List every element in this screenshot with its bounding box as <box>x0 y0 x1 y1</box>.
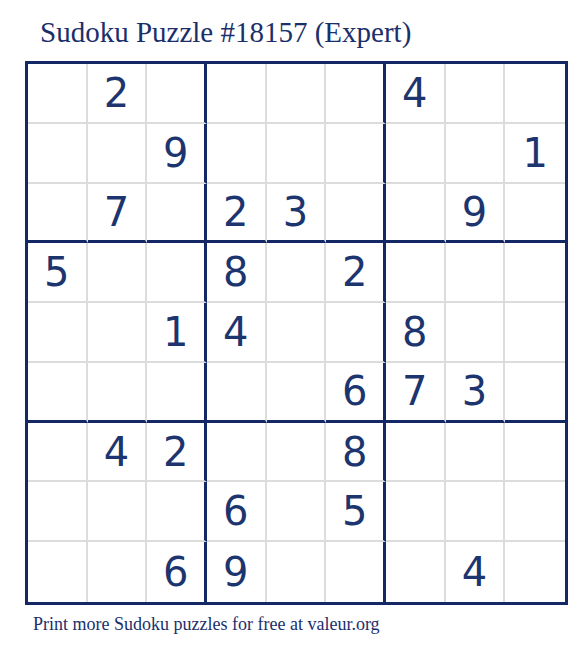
cell-r1c7: 4 <box>386 64 446 124</box>
cell-r2c4 <box>207 124 267 184</box>
cell-r7c6: 8 <box>326 423 386 483</box>
cell-r1c2: 2 <box>88 64 148 124</box>
cell-r6c5 <box>267 363 327 423</box>
cell-r8c7 <box>386 482 446 542</box>
cell-r5c4: 4 <box>207 303 267 363</box>
cell-r7c9 <box>505 423 565 483</box>
cell-r2c1 <box>28 124 88 184</box>
cell-r3c2: 7 <box>88 184 148 244</box>
cell-r2c2 <box>88 124 148 184</box>
cell-r8c8 <box>446 482 506 542</box>
cell-r1c5 <box>267 64 327 124</box>
cell-r4c5 <box>267 243 327 303</box>
cell-r6c1 <box>28 363 88 423</box>
cell-r8c9 <box>505 482 565 542</box>
cell-r5c8 <box>446 303 506 363</box>
cell-r5c7: 8 <box>386 303 446 363</box>
cell-r6c4 <box>207 363 267 423</box>
cell-r8c1 <box>28 482 88 542</box>
cell-r6c8: 3 <box>446 363 506 423</box>
cell-r6c3 <box>147 363 207 423</box>
cell-r3c8: 9 <box>446 184 506 244</box>
footer-text: Print more Sudoku puzzles for free at va… <box>33 614 380 635</box>
cell-r8c5 <box>267 482 327 542</box>
cell-r5c6 <box>326 303 386 363</box>
cell-r9c4: 9 <box>207 542 267 602</box>
cell-r2c3: 9 <box>147 124 207 184</box>
cell-r8c3 <box>147 482 207 542</box>
cell-r4c1: 5 <box>28 243 88 303</box>
cell-r1c4 <box>207 64 267 124</box>
cell-r7c2: 4 <box>88 423 148 483</box>
cell-r5c9 <box>505 303 565 363</box>
cell-r4c6: 2 <box>326 243 386 303</box>
cell-r7c7 <box>386 423 446 483</box>
cell-r9c3: 6 <box>147 542 207 602</box>
cell-r4c8 <box>446 243 506 303</box>
cell-r4c7 <box>386 243 446 303</box>
cell-r7c1 <box>28 423 88 483</box>
cell-r8c6: 5 <box>326 482 386 542</box>
cell-r9c6 <box>326 542 386 602</box>
cell-r8c2 <box>88 482 148 542</box>
cell-r2c9: 1 <box>505 124 565 184</box>
cell-r9c5 <box>267 542 327 602</box>
cell-r6c7: 7 <box>386 363 446 423</box>
cell-r9c7 <box>386 542 446 602</box>
cell-r1c1 <box>28 64 88 124</box>
cell-r9c1 <box>28 542 88 602</box>
cell-r4c3 <box>147 243 207 303</box>
sudoku-board: 2491723958214867342865694 <box>25 61 568 605</box>
cell-r9c9 <box>505 542 565 602</box>
cell-r1c6 <box>326 64 386 124</box>
cell-r1c3 <box>147 64 207 124</box>
cell-r7c5 <box>267 423 327 483</box>
cell-r4c2 <box>88 243 148 303</box>
cell-r8c4: 6 <box>207 482 267 542</box>
cell-r3c1 <box>28 184 88 244</box>
cell-r1c8 <box>446 64 506 124</box>
cell-r5c2 <box>88 303 148 363</box>
cell-r7c8 <box>446 423 506 483</box>
cell-r7c4 <box>207 423 267 483</box>
sudoku-page: { "game": "sudoku", "title": "Sudoku Puz… <box>0 0 580 651</box>
cell-r3c7 <box>386 184 446 244</box>
cell-r9c2 <box>88 542 148 602</box>
cell-r3c4: 2 <box>207 184 267 244</box>
cell-r6c6: 6 <box>326 363 386 423</box>
cell-r7c3: 2 <box>147 423 207 483</box>
cell-r5c5 <box>267 303 327 363</box>
cell-r4c9 <box>505 243 565 303</box>
cell-r3c3 <box>147 184 207 244</box>
cell-r5c3: 1 <box>147 303 207 363</box>
cell-r2c8 <box>446 124 506 184</box>
cell-r6c9 <box>505 363 565 423</box>
page-title: Sudoku Puzzle #18157 (Expert) <box>40 16 411 49</box>
cell-r2c7 <box>386 124 446 184</box>
cell-r5c1 <box>28 303 88 363</box>
cell-r3c9 <box>505 184 565 244</box>
cell-r2c5 <box>267 124 327 184</box>
cell-r1c9 <box>505 64 565 124</box>
cell-r3c6 <box>326 184 386 244</box>
cell-r9c8: 4 <box>446 542 506 602</box>
cell-r4c4: 8 <box>207 243 267 303</box>
cell-r3c5: 3 <box>267 184 327 244</box>
cell-r6c2 <box>88 363 148 423</box>
cell-r2c6 <box>326 124 386 184</box>
